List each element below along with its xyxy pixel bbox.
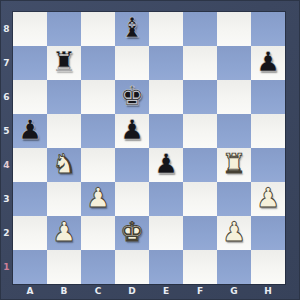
rank-labels: 87654321 [0,12,13,284]
square-d4[interactable] [115,148,149,182]
square-h7[interactable]: ♟ [251,46,285,80]
white-pawn-g2[interactable]: ♟ [222,215,246,249]
square-g2[interactable]: ♟ [217,216,251,250]
square-d1[interactable] [115,250,149,284]
square-a4[interactable] [13,148,47,182]
square-h2[interactable] [251,216,285,250]
white-rook-g4[interactable]: ♜ [222,147,246,181]
square-b2[interactable]: ♟ [47,216,81,250]
white-king-d2[interactable]: ♚ [120,215,144,249]
square-a5[interactable]: ♟ [13,114,47,148]
file-label-g: G [217,284,251,300]
square-d8[interactable]: ♝ [115,12,149,46]
square-c1[interactable] [81,250,115,284]
square-b8[interactable] [47,12,81,46]
black-pawn-d5[interactable]: ♟ [120,113,144,147]
file-label-a: A [13,284,47,300]
square-d6[interactable]: ♚ [115,80,149,114]
rank-label-4: 4 [0,148,13,182]
square-e6[interactable] [149,80,183,114]
square-f6[interactable] [183,80,217,114]
square-f4[interactable] [183,148,217,182]
white-knight-b4[interactable]: ♞ [52,147,76,181]
square-a1[interactable] [13,250,47,284]
square-c4[interactable] [81,148,115,182]
rank-label-7: 7 [0,46,13,80]
square-e5[interactable] [149,114,183,148]
square-c3[interactable]: ♟ [81,182,115,216]
square-g7[interactable] [217,46,251,80]
square-b3[interactable] [47,182,81,216]
square-b7[interactable]: ♜ [47,46,81,80]
square-g1[interactable] [217,250,251,284]
square-b4[interactable]: ♞ [47,148,81,182]
square-e3[interactable] [149,182,183,216]
white-pawn-b2[interactable]: ♟ [52,215,76,249]
square-c6[interactable] [81,80,115,114]
square-e1[interactable] [149,250,183,284]
file-label-c: C [81,284,115,300]
white-pawn-c3[interactable]: ♟ [86,181,110,215]
square-e2[interactable] [149,216,183,250]
square-e4[interactable]: ♟ [149,148,183,182]
file-label-b: B [47,284,81,300]
rank-label-3: 3 [0,182,13,216]
black-king-d6[interactable]: ♚ [120,79,144,113]
black-pawn-h7[interactable]: ♟ [256,45,280,79]
board-frame: 87654321 ♝♜♟♚♟♟♞♟♜♟♟♟♚♟ ABCDEFGH [0,0,300,300]
rank-label-1: 1 [0,250,13,284]
square-f2[interactable] [183,216,217,250]
square-h3[interactable]: ♟ [251,182,285,216]
square-b1[interactable] [47,250,81,284]
rank-label-6: 6 [0,80,13,114]
square-g4[interactable]: ♜ [217,148,251,182]
square-f7[interactable] [183,46,217,80]
square-h6[interactable] [251,80,285,114]
square-a2[interactable] [13,216,47,250]
square-h8[interactable] [251,12,285,46]
square-b6[interactable] [47,80,81,114]
square-f1[interactable] [183,250,217,284]
square-g6[interactable] [217,80,251,114]
black-pawn-e4[interactable]: ♟ [154,147,178,181]
rank-label-5: 5 [0,114,13,148]
square-h4[interactable] [251,148,285,182]
square-f5[interactable] [183,114,217,148]
square-h1[interactable] [251,250,285,284]
file-label-e: E [149,284,183,300]
square-c5[interactable] [81,114,115,148]
square-f8[interactable] [183,12,217,46]
square-d5[interactable]: ♟ [115,114,149,148]
square-c2[interactable] [81,216,115,250]
square-f3[interactable] [183,182,217,216]
black-pawn-a5[interactable]: ♟ [18,113,42,147]
chess-board[interactable]: ♝♜♟♚♟♟♞♟♜♟♟♟♚♟ [13,12,285,284]
square-a3[interactable] [13,182,47,216]
square-g8[interactable] [217,12,251,46]
square-b5[interactable] [47,114,81,148]
file-label-d: D [115,284,149,300]
square-a8[interactable] [13,12,47,46]
square-c7[interactable] [81,46,115,80]
black-bishop-d8[interactable]: ♝ [120,11,144,45]
file-labels: ABCDEFGH [13,284,285,300]
square-a7[interactable] [13,46,47,80]
square-d3[interactable] [115,182,149,216]
square-c8[interactable] [81,12,115,46]
square-e7[interactable] [149,46,183,80]
square-e8[interactable] [149,12,183,46]
rank-label-2: 2 [0,216,13,250]
square-d2[interactable]: ♚ [115,216,149,250]
square-a6[interactable] [13,80,47,114]
square-h5[interactable] [251,114,285,148]
rank-label-8: 8 [0,12,13,46]
file-label-f: F [183,284,217,300]
square-d7[interactable] [115,46,149,80]
square-g5[interactable] [217,114,251,148]
file-label-h: H [251,284,285,300]
white-pawn-h3[interactable]: ♟ [256,181,280,215]
black-rook-b7[interactable]: ♜ [52,45,76,79]
square-g3[interactable] [217,182,251,216]
